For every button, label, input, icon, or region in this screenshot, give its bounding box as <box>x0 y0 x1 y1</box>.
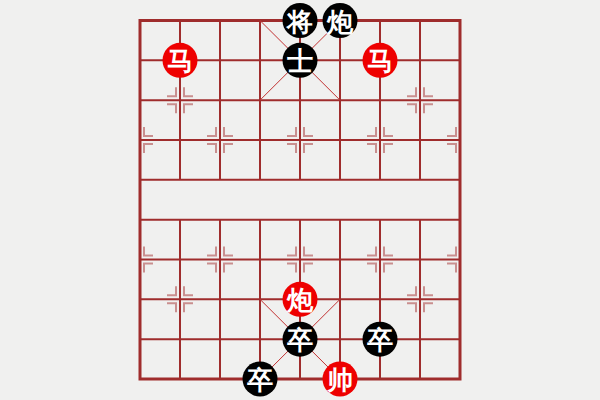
piece-glyph-red-general: 帅 <box>326 365 353 395</box>
piece-glyph-black-cannon: 炮 <box>326 7 354 37</box>
pieces-layer: 将炮马士马炮卒卒卒帅 <box>163 3 398 397</box>
piece-glyph-black-soldier: 卒 <box>367 325 393 355</box>
piece-glyph-black-soldier: 卒 <box>247 365 273 395</box>
piece-red-cannon[interactable]: 炮 <box>283 282 318 317</box>
piece-glyph-red-horse: 马 <box>167 46 193 76</box>
piece-glyph-black-soldier: 卒 <box>287 325 313 355</box>
page-background: 将炮马士马炮卒卒卒帅 <box>0 0 600 400</box>
piece-red-horse[interactable]: 马 <box>363 43 398 78</box>
piece-black-general[interactable]: 将 <box>283 3 318 38</box>
piece-black-advisor[interactable]: 士 <box>283 43 318 78</box>
piece-black-cannon[interactable]: 炮 <box>323 3 358 38</box>
piece-glyph-red-cannon: 炮 <box>286 285 314 315</box>
piece-black-soldier[interactable]: 卒 <box>283 322 318 357</box>
xiangqi-board: 将炮马士马炮卒卒卒帅 <box>0 0 600 400</box>
piece-black-soldier[interactable]: 卒 <box>363 322 398 357</box>
piece-glyph-black-advisor: 士 <box>287 46 313 76</box>
piece-black-soldier[interactable]: 卒 <box>243 362 278 397</box>
piece-glyph-red-horse: 马 <box>367 46 393 76</box>
piece-glyph-black-general: 将 <box>285 7 313 37</box>
piece-red-general[interactable]: 帅 <box>323 362 358 397</box>
piece-red-horse[interactable]: 马 <box>163 43 198 78</box>
